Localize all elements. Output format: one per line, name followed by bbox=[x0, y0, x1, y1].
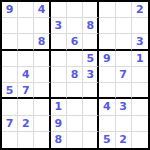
sudoku-cell-r1c5[interactable] bbox=[67, 2, 83, 18]
sudoku-cell-r9c6[interactable] bbox=[83, 132, 99, 148]
sudoku-cell-r7c4[interactable]: 1 bbox=[51, 99, 67, 115]
sudoku-cell-r9c3[interactable] bbox=[34, 132, 50, 148]
sudoku-cell-r2c7[interactable] bbox=[99, 18, 115, 34]
sudoku-cell-r2c8[interactable] bbox=[116, 18, 132, 34]
sudoku-cell-r3c6[interactable] bbox=[83, 34, 99, 50]
sudoku-cell-r5c3[interactable] bbox=[34, 67, 50, 83]
sudoku-cell-r2c1[interactable] bbox=[2, 18, 18, 34]
sudoku-cell-r6c3[interactable] bbox=[34, 83, 50, 99]
sudoku-cell-r6c5[interactable] bbox=[67, 83, 83, 99]
sudoku-cell-r5c8[interactable]: 7 bbox=[116, 67, 132, 83]
sudoku-cell-r3c7[interactable] bbox=[99, 34, 115, 50]
sudoku-cell-r4c1[interactable] bbox=[2, 51, 18, 67]
sudoku-cell-r8c6[interactable] bbox=[83, 116, 99, 132]
sudoku-cell-r3c1[interactable] bbox=[2, 34, 18, 50]
sudoku-cell-r4c5[interactable] bbox=[67, 51, 83, 67]
sudoku-cell-r7c1[interactable] bbox=[2, 99, 18, 115]
sudoku-cell-r7c9[interactable] bbox=[132, 99, 148, 115]
sudoku-cell-r5c7[interactable] bbox=[99, 67, 115, 83]
sudoku-cell-r9c9[interactable] bbox=[132, 132, 148, 148]
sudoku-cell-r6c2[interactable]: 7 bbox=[18, 83, 34, 99]
sudoku-cell-r4c8[interactable] bbox=[116, 51, 132, 67]
sudoku-cell-r4c4[interactable] bbox=[51, 51, 67, 67]
sudoku-cell-r9c5[interactable] bbox=[67, 132, 83, 148]
sudoku-cell-r5c6[interactable]: 3 bbox=[83, 67, 99, 83]
sudoku-cell-r4c9[interactable]: 1 bbox=[132, 51, 148, 67]
sudoku-cell-r3c3[interactable]: 8 bbox=[34, 34, 50, 50]
sudoku-cell-r2c2[interactable] bbox=[18, 18, 34, 34]
sudoku-cell-r5c4[interactable] bbox=[51, 67, 67, 83]
sudoku-cell-r7c6[interactable] bbox=[83, 99, 99, 115]
sudoku-cell-r9c2[interactable] bbox=[18, 132, 34, 148]
sudoku-cell-r1c1[interactable]: 9 bbox=[2, 2, 18, 18]
sudoku-cell-r9c1[interactable] bbox=[2, 132, 18, 148]
sudoku-cell-r3c8[interactable] bbox=[116, 34, 132, 50]
sudoku-cell-r7c3[interactable] bbox=[34, 99, 50, 115]
sudoku-cell-r4c7[interactable]: 9 bbox=[99, 51, 115, 67]
sudoku-cell-r8c3[interactable] bbox=[34, 116, 50, 132]
sudoku-cell-r2c9[interactable] bbox=[132, 18, 148, 34]
sudoku-cell-r8c5[interactable] bbox=[67, 116, 83, 132]
sudoku-cell-r1c9[interactable]: 2 bbox=[132, 2, 148, 18]
sudoku-cell-r2c6[interactable]: 8 bbox=[83, 18, 99, 34]
sudoku-cell-r2c4[interactable]: 3 bbox=[51, 18, 67, 34]
sudoku-cell-r1c2[interactable] bbox=[18, 2, 34, 18]
sudoku-cell-r8c1[interactable]: 7 bbox=[2, 116, 18, 132]
sudoku-cell-r7c7[interactable]: 4 bbox=[99, 99, 115, 115]
sudoku-cell-r3c2[interactable] bbox=[18, 34, 34, 50]
sudoku-cell-r5c9[interactable] bbox=[132, 67, 148, 83]
sudoku-cell-r1c6[interactable] bbox=[83, 2, 99, 18]
sudoku-cell-r7c2[interactable] bbox=[18, 99, 34, 115]
sudoku-cell-r5c2[interactable]: 4 bbox=[18, 67, 34, 83]
sudoku-cell-r3c9[interactable]: 3 bbox=[132, 34, 148, 50]
sudoku-cell-r7c8[interactable]: 3 bbox=[116, 99, 132, 115]
sudoku-cell-r9c8[interactable]: 2 bbox=[116, 132, 132, 148]
sudoku-cell-r9c7[interactable]: 5 bbox=[99, 132, 115, 148]
sudoku-cell-r1c7[interactable] bbox=[99, 2, 115, 18]
sudoku-cell-r6c6[interactable] bbox=[83, 83, 99, 99]
sudoku-cell-r1c3[interactable]: 4 bbox=[34, 2, 50, 18]
sudoku-cell-r6c9[interactable] bbox=[132, 83, 148, 99]
sudoku-cell-r7c5[interactable] bbox=[67, 99, 83, 115]
sudoku-cell-r3c5[interactable]: 6 bbox=[67, 34, 83, 50]
sudoku-cell-r8c4[interactable]: 9 bbox=[51, 116, 67, 132]
sudoku-cell-r2c3[interactable] bbox=[34, 18, 50, 34]
sudoku-cell-r8c8[interactable] bbox=[116, 116, 132, 132]
sudoku-cell-r6c4[interactable] bbox=[51, 83, 67, 99]
sudoku-cell-r6c8[interactable] bbox=[116, 83, 132, 99]
sudoku-cell-r4c3[interactable] bbox=[34, 51, 50, 67]
sudoku-cell-r8c7[interactable] bbox=[99, 116, 115, 132]
sudoku-cell-r4c2[interactable] bbox=[18, 51, 34, 67]
sudoku-board: 94238863591483757143729852 bbox=[0, 0, 150, 150]
sudoku-cell-r5c5[interactable]: 8 bbox=[67, 67, 83, 83]
sudoku-cell-r5c1[interactable] bbox=[2, 67, 18, 83]
sudoku-cell-r8c2[interactable]: 2 bbox=[18, 116, 34, 132]
sudoku-cell-r9c4[interactable]: 8 bbox=[51, 132, 67, 148]
sudoku-cell-r3c4[interactable] bbox=[51, 34, 67, 50]
sudoku-cell-r8c9[interactable] bbox=[132, 116, 148, 132]
sudoku-cell-r2c5[interactable] bbox=[67, 18, 83, 34]
sudoku-cell-r1c8[interactable] bbox=[116, 2, 132, 18]
sudoku-cell-r6c7[interactable] bbox=[99, 83, 115, 99]
sudoku-cell-r4c6[interactable]: 5 bbox=[83, 51, 99, 67]
sudoku-cell-r6c1[interactable]: 5 bbox=[2, 83, 18, 99]
sudoku-cell-r1c4[interactable] bbox=[51, 2, 67, 18]
